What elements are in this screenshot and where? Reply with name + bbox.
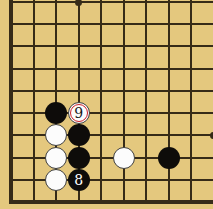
go-diagram: 98 bbox=[0, 0, 213, 209]
grid-line-vertical bbox=[168, 0, 170, 204]
board-edge-bottom bbox=[9, 200, 213, 204]
grid-line-horizontal bbox=[9, 45, 213, 47]
grid-line-horizontal bbox=[9, 23, 213, 25]
grid-line-horizontal bbox=[9, 134, 213, 136]
grid-line-horizontal bbox=[9, 112, 213, 114]
stone-white-F3 bbox=[113, 147, 135, 169]
grid-line-horizontal bbox=[9, 157, 213, 159]
stone-black-D3 bbox=[68, 147, 90, 169]
stone-white-C4 bbox=[45, 124, 67, 146]
go-board[interactable]: 98 bbox=[0, 0, 213, 209]
stone-white-D5: 9 bbox=[68, 102, 90, 124]
last-move-red-circle bbox=[70, 104, 88, 122]
stone-black-H3 bbox=[158, 147, 180, 169]
grid-line-vertical bbox=[100, 0, 102, 204]
star-point-D10 bbox=[75, 0, 82, 6]
stone-black-C5 bbox=[45, 102, 67, 124]
grid-line-horizontal bbox=[9, 90, 213, 92]
stone-white-C3 bbox=[45, 147, 67, 169]
board-edge-left bbox=[9, 0, 13, 204]
grid-line-vertical bbox=[190, 0, 192, 204]
move-number-label: 8 bbox=[74, 173, 83, 187]
grid-line-vertical bbox=[145, 0, 147, 204]
star-point-K4 bbox=[210, 132, 213, 139]
stone-white-C2 bbox=[45, 169, 67, 191]
stone-black-D2: 8 bbox=[68, 169, 90, 191]
grid-line-vertical bbox=[33, 0, 35, 204]
grid-line-horizontal bbox=[9, 179, 213, 181]
stone-black-D4 bbox=[68, 124, 90, 146]
grid-line-horizontal bbox=[9, 68, 213, 70]
grid-line-horizontal bbox=[9, 1, 213, 3]
grid-line-vertical bbox=[123, 0, 125, 204]
